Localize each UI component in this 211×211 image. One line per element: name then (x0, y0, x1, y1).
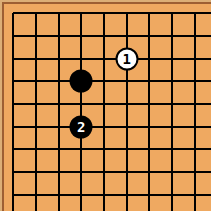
board-intersection (115, 183, 138, 206)
board-intersection (93, 2, 116, 25)
board-intersection (138, 115, 161, 138)
board-intersection (206, 47, 211, 70)
board-intersection (161, 183, 184, 206)
board-intersection (206, 70, 211, 93)
board-intersection (25, 25, 48, 48)
board-intersection (47, 93, 70, 116)
board-intersection (138, 161, 161, 184)
board-intersection (47, 25, 70, 48)
board-intersection (2, 206, 25, 211)
board-intersection (93, 25, 116, 48)
board-intersection (47, 2, 70, 25)
board-intersection (2, 115, 25, 138)
board-intersection (93, 93, 116, 116)
board-intersection (138, 2, 161, 25)
board-intersection (25, 206, 48, 211)
board-intersection (206, 2, 211, 25)
board-intersection (183, 2, 206, 25)
board-intersection (25, 70, 48, 93)
board-intersection (206, 93, 211, 116)
board-intersection (161, 115, 184, 138)
board-intersection (47, 206, 70, 211)
board-intersection (70, 138, 93, 161)
board-intersection (183, 93, 206, 116)
board-intersection (25, 115, 48, 138)
board-intersection (206, 161, 211, 184)
board-intersection (93, 115, 116, 138)
board-intersection (161, 70, 184, 93)
board-intersection: 1 (115, 47, 138, 70)
board-intersection (25, 2, 48, 25)
board-intersection (206, 138, 211, 161)
board-intersection (161, 138, 184, 161)
board-intersection (206, 115, 211, 138)
board-intersection (161, 2, 184, 25)
board-intersection (2, 161, 25, 184)
board-intersection (70, 2, 93, 25)
board-intersection (161, 206, 184, 211)
board-intersection: 2 (70, 115, 93, 138)
board-grid: 12 (2, 2, 211, 211)
board-intersection (25, 183, 48, 206)
board-intersection (115, 2, 138, 25)
board-intersection (161, 47, 184, 70)
board-intersection (70, 93, 93, 116)
board-intersection (115, 138, 138, 161)
board-intersection (93, 161, 116, 184)
move-number-label: 2 (77, 120, 85, 134)
board-intersection (25, 161, 48, 184)
board-intersection (47, 138, 70, 161)
board-intersection (93, 206, 116, 211)
board-intersection (70, 25, 93, 48)
white-stone-1: 1 (115, 47, 138, 70)
board-intersection (206, 183, 211, 206)
board-intersection (47, 70, 70, 93)
board-intersection (25, 47, 48, 70)
board-intersection (138, 25, 161, 48)
board-intersection (93, 47, 116, 70)
board-intersection (25, 138, 48, 161)
board-intersection (2, 93, 25, 116)
board-intersection (25, 93, 48, 116)
board-intersection (161, 25, 184, 48)
board-intersection (183, 138, 206, 161)
board-intersection (2, 2, 25, 25)
board-intersection (2, 47, 25, 70)
board-intersection (47, 47, 70, 70)
board-intersection (70, 183, 93, 206)
board-intersection (70, 47, 93, 70)
black-stone-2: 2 (70, 115, 93, 138)
board-intersection (93, 183, 116, 206)
board-intersection (161, 161, 184, 184)
board-intersection (161, 93, 184, 116)
board-intersection (70, 70, 93, 93)
board-intersection (115, 161, 138, 184)
board-intersection (138, 138, 161, 161)
board-intersection (70, 161, 93, 184)
board-intersection (115, 70, 138, 93)
board-intersection (206, 206, 211, 211)
board-intersection (138, 183, 161, 206)
move-number-label: 1 (122, 52, 130, 66)
go-board: 12 (2, 2, 211, 211)
board-intersection (47, 183, 70, 206)
board-intersection (183, 115, 206, 138)
board-intersection (115, 25, 138, 48)
board-intersection (138, 47, 161, 70)
board-intersection (93, 138, 116, 161)
board-intersection (115, 206, 138, 211)
board-intersection (138, 70, 161, 93)
board-intersection (138, 93, 161, 116)
board-intersection (138, 206, 161, 211)
board-intersection (47, 115, 70, 138)
board-intersection (206, 25, 211, 48)
board-intersection (2, 138, 25, 161)
board-intersection (183, 70, 206, 93)
board-intersection (183, 161, 206, 184)
go-board-diagram: 12 (0, 0, 211, 211)
board-intersection (70, 206, 93, 211)
board-intersection (183, 47, 206, 70)
board-intersection (115, 115, 138, 138)
board-intersection (2, 25, 25, 48)
board-intersection (115, 93, 138, 116)
board-intersection (183, 25, 206, 48)
board-intersection (2, 183, 25, 206)
board-intersection (183, 206, 206, 211)
board-intersection (93, 70, 116, 93)
black-stone (70, 70, 93, 93)
board-intersection (2, 70, 25, 93)
board-intersection (183, 183, 206, 206)
board-intersection (47, 161, 70, 184)
